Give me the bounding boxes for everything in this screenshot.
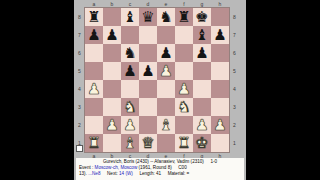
square-h6[interactable] [211,44,229,62]
rank-label-5: 5 [230,62,239,80]
players-line: Gurevich, Boris (2430) -- Afanasiev, Vad… [76,159,244,164]
square-e8[interactable]: ♞ [157,8,175,26]
rank-label-4: 4 [230,80,239,98]
event-detail: (1961, Round 8) [139,165,172,170]
file-label-d: d [139,1,157,7]
material-label: Material: [168,171,186,176]
white-knight: ♞ [123,98,136,116]
square-a8[interactable]: ♜ [85,8,103,26]
black-bishop: ♝ [195,26,208,44]
square-b6[interactable] [103,44,121,62]
square-a7[interactable]: ♟ [85,26,103,44]
white-to-move-indicator [76,145,83,152]
square-f7[interactable] [175,26,193,44]
white-player-elo: (2430) [136,159,149,164]
square-e7[interactable] [157,26,175,44]
white-bishop: ♝ [123,134,136,152]
length-label: Length: [139,171,154,176]
square-c5[interactable]: ♟ [121,62,139,80]
white-bishop: ♝ [159,116,172,134]
black-king: ♚ [195,8,208,26]
file-labels-top: abcdefgh [85,1,229,7]
square-f5[interactable] [175,62,193,80]
square-g2[interactable]: ♟ [193,116,211,134]
status-line: 13). ...Ne8 Next: 14 (W) Length: 41 Mate… [76,171,244,176]
square-e1[interactable] [157,134,175,152]
rank-label-2: 2 [230,116,239,134]
right-letterbox [246,0,320,180]
square-h8[interactable] [211,8,229,26]
square-a5[interactable] [85,62,103,80]
square-d1[interactable]: ♛ [139,134,157,152]
square-d5[interactable]: ♟ [139,62,157,80]
black-rook: ♜ [87,8,100,26]
black-knight: ♞ [123,44,136,62]
square-h3[interactable] [211,98,229,116]
black-player-elo: (2310) [191,159,204,164]
length-value: 41 [156,171,161,176]
square-e6[interactable]: ♟ [157,44,175,62]
white-pawn: ♟ [177,80,190,98]
square-g5[interactable] [193,62,211,80]
square-d7[interactable] [139,26,157,44]
square-b2[interactable]: ♟ [103,116,121,134]
move-number: 13). [79,171,87,176]
rank-label-2: 2 [75,116,84,134]
rank-label-1: 1 [230,134,239,152]
file-label-g: g [193,1,211,7]
event-line: Event : Moscow-ch, Moscow (1961, Round 8… [76,165,244,170]
square-d3[interactable] [139,98,157,116]
rank-label-3: 3 [230,98,239,116]
white-pawn: ♟ [159,62,172,80]
black-pawn: ♟ [123,62,136,80]
square-h5[interactable] [211,62,229,80]
square-a1[interactable]: ♜ [85,134,103,152]
black-pawn: ♟ [87,26,100,44]
square-b5[interactable] [103,62,121,80]
rank-label-5: 5 [75,62,84,80]
white-pawn: ♟ [87,80,100,98]
white-knight: ♞ [177,98,190,116]
square-g8[interactable]: ♚ [193,8,211,26]
last-move[interactable]: ...Ne8 [88,171,100,176]
square-f6[interactable] [175,44,193,62]
square-a3[interactable] [85,98,103,116]
square-a6[interactable] [85,44,103,62]
file-label-f: f [175,1,193,7]
black-queen: ♛ [141,8,154,26]
square-h1[interactable] [211,134,229,152]
rank-label-6: 6 [75,44,84,62]
next-move-value[interactable]: 14 (W) [119,171,133,176]
rank-label-3: 3 [75,98,84,116]
white-king: ♚ [195,134,208,152]
square-f2[interactable] [175,116,193,134]
square-c1[interactable]: ♝ [121,134,139,152]
square-e4[interactable] [157,80,175,98]
game-info-panel: Gurevich, Boris (2430) -- Afanasiev, Vad… [76,158,244,180]
white-pawn: ♟ [213,116,226,134]
square-g6[interactable]: ♟ [193,44,211,62]
white-player-name: Gurevich, Boris [103,159,134,164]
chess-board[interactable]: ♜♝♛♞♜♚♟♟♝♟♞♟♟♟♟♟♟♟♞♞♟♟♝♟♟♜♝♛♜♚ [85,8,229,152]
square-b7[interactable]: ♟ [103,26,121,44]
square-a4[interactable]: ♟ [85,80,103,98]
black-pawn: ♟ [141,62,154,80]
square-d6[interactable] [139,44,157,62]
square-g7[interactable]: ♝ [193,26,211,44]
rank-label-4: 4 [75,80,84,98]
white-rook: ♜ [177,134,190,152]
black-pawn: ♟ [105,26,118,44]
square-d8[interactable]: ♛ [139,8,157,26]
square-g3[interactable] [193,98,211,116]
black-rook: ♜ [177,8,190,26]
square-f1[interactable]: ♜ [175,134,193,152]
board-panel: abcdefgh abcdefgh 87654321 87654321 ♜♝♛♞… [74,0,246,180]
square-g1[interactable]: ♚ [193,134,211,152]
white-pawn: ♟ [123,116,136,134]
rank-label-6: 6 [230,44,239,62]
eco-code: C00 [178,165,186,170]
square-d4[interactable] [139,80,157,98]
rank-label-7: 7 [230,26,239,44]
square-f8[interactable]: ♜ [175,8,193,26]
file-label-a: a [85,1,103,7]
black-pawn: ♟ [159,44,172,62]
square-c3[interactable]: ♞ [121,98,139,116]
square-b3[interactable] [103,98,121,116]
next-label: Next: [107,171,118,176]
white-rook: ♜ [87,134,100,152]
black-bishop: ♝ [123,8,136,26]
square-h2[interactable]: ♟ [211,116,229,134]
square-g4[interactable] [193,80,211,98]
rank-label-8: 8 [230,8,239,26]
square-c7[interactable] [121,26,139,44]
square-d2[interactable] [139,116,157,134]
rank-label-7: 7 [75,26,84,44]
white-queen: ♛ [141,134,154,152]
video-frame: abcdefgh abcdefgh 87654321 87654321 ♜♝♛♞… [0,0,320,180]
white-pawn: ♟ [105,116,118,134]
square-f3[interactable]: ♞ [175,98,193,116]
square-h7[interactable]: ♟ [211,26,229,44]
square-c8[interactable]: ♝ [121,8,139,26]
file-label-h: h [211,1,229,7]
square-c2[interactable]: ♟ [121,116,139,134]
white-pawn: ♟ [195,116,208,134]
square-b4[interactable] [103,80,121,98]
black-player-name: Afanasiev, Vadim [154,159,189,164]
square-f4[interactable]: ♟ [175,80,193,98]
black-pawn: ♟ [213,26,226,44]
square-e5[interactable]: ♟ [157,62,175,80]
event-label: Event : [79,165,93,170]
file-label-b: b [103,1,121,7]
rank-labels-left: 87654321 [75,8,84,152]
square-e3[interactable] [157,98,175,116]
square-b8[interactable] [103,8,121,26]
rank-labels-right: 87654321 [230,8,239,152]
square-h4[interactable] [211,80,229,98]
black-pawn: ♟ [195,44,208,62]
black-knight: ♞ [159,8,172,26]
vs-separator: -- [150,159,153,164]
rank-label-8: 8 [75,8,84,26]
file-label-e: e [157,1,175,7]
square-b1[interactable] [103,134,121,152]
left-letterbox [0,0,74,180]
material-value: = [187,171,190,176]
game-result: 1-0 [210,159,217,164]
event-link[interactable]: Moscow-ch, Moscow [95,165,138,170]
square-c4[interactable] [121,80,139,98]
square-c6[interactable]: ♞ [121,44,139,62]
square-a2[interactable] [85,116,103,134]
file-label-c: c [121,1,139,7]
square-e2[interactable]: ♝ [157,116,175,134]
